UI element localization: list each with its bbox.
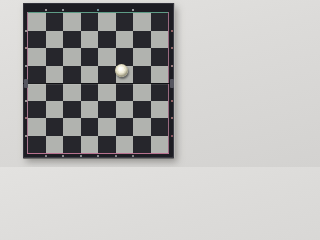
square-a7[interactable]	[28, 31, 46, 49]
square-h8[interactable]	[151, 13, 169, 31]
frame-pin-left-5	[25, 100, 27, 102]
square-f3[interactable]	[116, 101, 134, 119]
square-b6[interactable]	[46, 48, 64, 66]
square-h3[interactable]	[151, 101, 169, 119]
frame-pin-left-6	[25, 117, 27, 119]
square-h1[interactable]	[151, 136, 169, 154]
square-b8[interactable]	[46, 13, 64, 31]
square-e6[interactable]	[98, 48, 116, 66]
square-h7[interactable]	[151, 31, 169, 49]
chessboard: ♙	[23, 3, 174, 158]
square-h4[interactable]	[151, 83, 169, 101]
square-g3[interactable]	[133, 101, 151, 119]
frame-pin-left-2	[25, 47, 27, 49]
frame-pin-right-2	[171, 47, 173, 49]
frame-pin-bottom-4	[97, 155, 99, 157]
square-a1[interactable]	[28, 136, 46, 154]
square-d6[interactable]	[81, 48, 99, 66]
square-a6[interactable]	[28, 48, 46, 66]
frame-pin-right-7	[171, 135, 173, 137]
square-h5[interactable]	[151, 66, 169, 84]
frame-pin-top-1	[45, 9, 47, 11]
piece-glyph: ♙	[117, 66, 125, 75]
square-b4[interactable]	[46, 83, 64, 101]
square-g5[interactable]	[133, 66, 151, 84]
square-d8[interactable]	[81, 13, 99, 31]
square-e5[interactable]	[98, 66, 116, 84]
square-a5[interactable]	[28, 66, 46, 84]
square-g1[interactable]	[133, 136, 151, 154]
square-c6[interactable]	[63, 48, 81, 66]
frame-pin-left-3	[25, 65, 27, 67]
square-b7[interactable]	[46, 31, 64, 49]
square-g6[interactable]	[133, 48, 151, 66]
square-h6[interactable]	[151, 48, 169, 66]
square-g8[interactable]	[133, 13, 151, 31]
square-d3[interactable]	[81, 101, 99, 119]
square-a2[interactable]	[28, 118, 46, 136]
frame-pin-left-7	[25, 135, 27, 137]
frame-pin-bottom-2	[62, 155, 64, 157]
square-a3[interactable]	[28, 101, 46, 119]
square-a8[interactable]	[28, 13, 46, 31]
frame-pin-bottom-5	[115, 155, 117, 157]
frame-pin-left-1	[25, 30, 27, 32]
frame-pin-right-1	[171, 30, 173, 32]
square-d7[interactable]	[81, 31, 99, 49]
square-e4[interactable]	[98, 83, 116, 101]
square-e1[interactable]	[98, 136, 116, 154]
square-e7[interactable]	[98, 31, 116, 49]
square-d1[interactable]	[81, 136, 99, 154]
frame-pin-top-6	[132, 9, 134, 11]
square-f8[interactable]	[116, 13, 134, 31]
square-f2[interactable]	[116, 118, 134, 136]
hinge-left	[24, 79, 28, 88]
square-e8[interactable]	[98, 13, 116, 31]
frame-pin-bottom-6	[132, 155, 134, 157]
square-b2[interactable]	[46, 118, 64, 136]
square-h2[interactable]	[151, 118, 169, 136]
square-f4[interactable]	[116, 83, 134, 101]
frame-pin-top-2	[62, 9, 64, 11]
square-g4[interactable]	[133, 83, 151, 101]
frame-pin-right-3	[171, 65, 173, 67]
square-c7[interactable]	[63, 31, 81, 49]
frame-pin-bottom-3	[80, 155, 82, 157]
square-c3[interactable]	[63, 101, 81, 119]
hinge-right	[170, 79, 174, 88]
square-d4[interactable]	[81, 83, 99, 101]
fold-seam-highlight	[28, 84, 168, 85]
square-b1[interactable]	[46, 136, 64, 154]
white-pawn[interactable]: ♙	[115, 64, 128, 77]
square-a4[interactable]	[28, 83, 46, 101]
square-d2[interactable]	[81, 118, 99, 136]
square-g2[interactable]	[133, 118, 151, 136]
square-c1[interactable]	[63, 136, 81, 154]
frame-pin-top-4	[97, 9, 99, 11]
square-e3[interactable]	[98, 101, 116, 119]
square-c4[interactable]	[63, 83, 81, 101]
square-g7[interactable]	[133, 31, 151, 49]
square-e2[interactable]	[98, 118, 116, 136]
square-f1[interactable]	[116, 136, 134, 154]
frame-pin-bottom-1	[45, 155, 47, 157]
square-f6[interactable]	[116, 48, 134, 66]
board-inner-edge-bottom	[27, 153, 169, 154]
frame-pin-right-6	[171, 117, 173, 119]
square-d5[interactable]	[81, 66, 99, 84]
square-c2[interactable]	[63, 118, 81, 136]
square-c5[interactable]	[63, 66, 81, 84]
square-c8[interactable]	[63, 13, 81, 31]
square-b3[interactable]	[46, 101, 64, 119]
frame-pin-right-5	[171, 100, 173, 102]
square-b5[interactable]	[46, 66, 64, 84]
square-f7[interactable]	[116, 31, 134, 49]
